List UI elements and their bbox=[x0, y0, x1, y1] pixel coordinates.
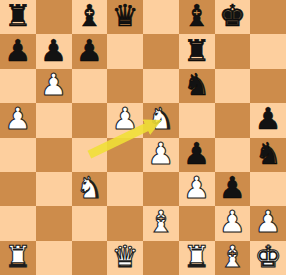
square-a1[interactable]: ♜ bbox=[0, 241, 36, 275]
piece-black-rook[interactable]: ♜ bbox=[4, 1, 31, 31]
piece-black-rook[interactable]: ♜ bbox=[183, 36, 210, 66]
piece-white-bishop[interactable]: ♝ bbox=[219, 242, 246, 272]
square-a3[interactable] bbox=[0, 172, 36, 206]
square-g6[interactable] bbox=[215, 69, 251, 103]
piece-black-pawn[interactable]: ♟ bbox=[183, 139, 210, 169]
square-e1[interactable] bbox=[143, 241, 179, 275]
square-g8[interactable]: ♚ bbox=[215, 0, 251, 34]
square-d6[interactable] bbox=[107, 69, 143, 103]
piece-white-pawn[interactable]: ♟ bbox=[255, 207, 282, 237]
square-g5[interactable] bbox=[215, 103, 251, 137]
piece-white-pawn[interactable]: ♟ bbox=[112, 104, 139, 134]
square-f3[interactable]: ♟ bbox=[179, 172, 215, 206]
square-d7[interactable] bbox=[107, 34, 143, 68]
square-f4[interactable]: ♟ bbox=[179, 138, 215, 172]
square-c1[interactable] bbox=[72, 241, 108, 275]
square-e5[interactable]: ♞ bbox=[143, 103, 179, 137]
square-g2[interactable]: ♟ bbox=[215, 206, 251, 240]
square-b2[interactable] bbox=[36, 206, 72, 240]
square-c5[interactable] bbox=[72, 103, 108, 137]
square-g7[interactable] bbox=[215, 34, 251, 68]
square-h4[interactable]: ♞ bbox=[250, 138, 286, 172]
square-b4[interactable] bbox=[36, 138, 72, 172]
square-h7[interactable] bbox=[250, 34, 286, 68]
square-h3[interactable] bbox=[250, 172, 286, 206]
square-e8[interactable] bbox=[143, 0, 179, 34]
piece-black-bishop[interactable]: ♝ bbox=[183, 1, 210, 31]
piece-black-pawn[interactable]: ♟ bbox=[40, 36, 67, 66]
square-a4[interactable] bbox=[0, 138, 36, 172]
square-b8[interactable] bbox=[36, 0, 72, 34]
board-grid: ♜♝♛♝♚♟♟♟♜♟♞♟♟♞♟♟♟♞♞♟♟♝♟♟♜♛♜♝♚ bbox=[0, 0, 286, 275]
square-h5[interactable]: ♟ bbox=[250, 103, 286, 137]
piece-white-knight[interactable]: ♞ bbox=[76, 173, 103, 203]
square-f7[interactable]: ♜ bbox=[179, 34, 215, 68]
piece-black-king[interactable]: ♚ bbox=[219, 1, 246, 31]
piece-black-knight[interactable]: ♞ bbox=[255, 139, 282, 169]
piece-white-bishop[interactable]: ♝ bbox=[147, 207, 174, 237]
square-b6[interactable]: ♟ bbox=[36, 69, 72, 103]
square-h2[interactable]: ♟ bbox=[250, 206, 286, 240]
piece-black-knight[interactable]: ♞ bbox=[183, 70, 210, 100]
piece-white-rook[interactable]: ♜ bbox=[183, 242, 210, 272]
square-a7[interactable]: ♟ bbox=[0, 34, 36, 68]
square-f1[interactable]: ♜ bbox=[179, 241, 215, 275]
piece-white-pawn[interactable]: ♟ bbox=[147, 139, 174, 169]
square-c3[interactable]: ♞ bbox=[72, 172, 108, 206]
piece-white-pawn[interactable]: ♟ bbox=[40, 70, 67, 100]
square-d4[interactable] bbox=[107, 138, 143, 172]
square-a2[interactable] bbox=[0, 206, 36, 240]
square-g4[interactable] bbox=[215, 138, 251, 172]
square-h1[interactable]: ♚ bbox=[250, 241, 286, 275]
square-f6[interactable]: ♞ bbox=[179, 69, 215, 103]
piece-white-pawn[interactable]: ♟ bbox=[183, 173, 210, 203]
square-e4[interactable]: ♟ bbox=[143, 138, 179, 172]
square-d1[interactable]: ♛ bbox=[107, 241, 143, 275]
square-h6[interactable] bbox=[250, 69, 286, 103]
piece-black-bishop[interactable]: ♝ bbox=[76, 1, 103, 31]
piece-black-pawn[interactable]: ♟ bbox=[255, 104, 282, 134]
square-b7[interactable]: ♟ bbox=[36, 34, 72, 68]
square-a8[interactable]: ♜ bbox=[0, 0, 36, 34]
square-f2[interactable] bbox=[179, 206, 215, 240]
square-e6[interactable] bbox=[143, 69, 179, 103]
square-e7[interactable] bbox=[143, 34, 179, 68]
square-h8[interactable] bbox=[250, 0, 286, 34]
square-g1[interactable]: ♝ bbox=[215, 241, 251, 275]
square-c8[interactable]: ♝ bbox=[72, 0, 108, 34]
piece-white-king[interactable]: ♚ bbox=[255, 242, 282, 272]
square-b5[interactable] bbox=[36, 103, 72, 137]
square-d5[interactable]: ♟ bbox=[107, 103, 143, 137]
square-e3[interactable] bbox=[143, 172, 179, 206]
square-c2[interactable] bbox=[72, 206, 108, 240]
square-c6[interactable] bbox=[72, 69, 108, 103]
square-c7[interactable]: ♟ bbox=[72, 34, 108, 68]
piece-white-rook[interactable]: ♜ bbox=[4, 242, 31, 272]
chess-board: ♜♝♛♝♚♟♟♟♜♟♞♟♟♞♟♟♟♞♞♟♟♝♟♟♜♛♜♝♚ bbox=[0, 0, 286, 275]
piece-black-pawn[interactable]: ♟ bbox=[219, 173, 246, 203]
square-a6[interactable] bbox=[0, 69, 36, 103]
square-d8[interactable]: ♛ bbox=[107, 0, 143, 34]
piece-black-queen[interactable]: ♛ bbox=[112, 1, 139, 31]
piece-white-queen[interactable]: ♛ bbox=[112, 242, 139, 272]
square-b3[interactable] bbox=[36, 172, 72, 206]
square-d2[interactable] bbox=[107, 206, 143, 240]
square-d3[interactable] bbox=[107, 172, 143, 206]
square-c4[interactable] bbox=[72, 138, 108, 172]
piece-white-pawn[interactable]: ♟ bbox=[4, 104, 31, 134]
square-g3[interactable]: ♟ bbox=[215, 172, 251, 206]
piece-white-knight[interactable]: ♞ bbox=[147, 104, 174, 134]
square-b1[interactable] bbox=[36, 241, 72, 275]
piece-black-pawn[interactable]: ♟ bbox=[76, 36, 103, 66]
square-a5[interactable]: ♟ bbox=[0, 103, 36, 137]
square-f5[interactable] bbox=[179, 103, 215, 137]
square-f8[interactable]: ♝ bbox=[179, 0, 215, 34]
square-e2[interactable]: ♝ bbox=[143, 206, 179, 240]
piece-white-pawn[interactable]: ♟ bbox=[219, 207, 246, 237]
piece-black-pawn[interactable]: ♟ bbox=[4, 36, 31, 66]
